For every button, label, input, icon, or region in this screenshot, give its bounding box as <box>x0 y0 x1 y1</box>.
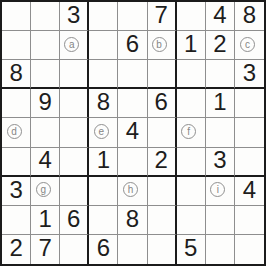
cell-r4c5[interactable] <box>118 89 147 118</box>
given-digit: 1 <box>213 90 226 114</box>
cell-r2c5[interactable]: 6 <box>118 31 147 60</box>
given-digit: 3 <box>9 178 22 202</box>
cell-r1c7[interactable] <box>177 2 206 31</box>
cell-r6c2[interactable]: 4 <box>31 148 60 177</box>
cell-r8c3[interactable]: 6 <box>60 206 89 235</box>
cell-r2c3[interactable]: a <box>60 31 89 60</box>
cell-r2c1[interactable] <box>2 31 31 60</box>
cell-r3c8[interactable] <box>206 60 235 89</box>
cell-r2c6[interactable]: b <box>148 31 177 60</box>
cell-r8c8[interactable] <box>206 206 235 235</box>
cell-r2c7[interactable]: 1 <box>177 31 206 60</box>
cell-r8c6[interactable] <box>148 206 177 235</box>
circled-letter-g: g <box>36 182 51 197</box>
cell-r1c4[interactable] <box>89 2 118 31</box>
cell-r9c3[interactable] <box>60 235 89 264</box>
cell-r9c6[interactable] <box>148 235 177 264</box>
cell-r3c7[interactable] <box>177 60 206 89</box>
cell-r7c3[interactable] <box>60 177 89 206</box>
cell-r4c9[interactable] <box>235 89 264 118</box>
circled-letter-b: b <box>152 37 167 52</box>
given-digit: 2 <box>9 236 22 260</box>
cell-r9c2[interactable]: 7 <box>31 235 60 264</box>
cell-r3c1[interactable]: 8 <box>2 60 31 89</box>
given-digit: 3 <box>213 148 226 172</box>
cell-r4c4[interactable]: 8 <box>89 89 118 118</box>
cell-r6c3[interactable] <box>60 148 89 177</box>
cell-r8c4[interactable] <box>89 206 118 235</box>
cell-r1c3[interactable]: 3 <box>60 2 89 31</box>
cell-r5c6[interactable] <box>148 118 177 147</box>
cell-r4c2[interactable]: 9 <box>31 89 60 118</box>
cell-r3c9[interactable]: 3 <box>235 60 264 89</box>
given-digit: 6 <box>97 236 110 260</box>
cell-r1c6[interactable]: 7 <box>148 2 177 31</box>
cell-r7c5[interactable]: h <box>118 177 147 206</box>
cell-r4c8[interactable]: 1 <box>206 89 235 118</box>
circled-letter-h: h <box>123 182 138 197</box>
given-digit: 6 <box>67 207 80 231</box>
cell-r9c9[interactable] <box>235 235 264 264</box>
cell-r6c1[interactable] <box>2 148 31 177</box>
circled-letter-c: c <box>240 37 255 52</box>
given-digit: 1 <box>38 207 51 231</box>
given-digit: 6 <box>126 32 139 56</box>
given-digit: 7 <box>154 3 167 27</box>
cell-r4c7[interactable] <box>177 89 206 118</box>
cell-r6c5[interactable] <box>118 148 147 177</box>
cell-r5c1[interactable]: d <box>2 118 31 147</box>
circled-letter-a: a <box>64 37 79 52</box>
cell-r8c5[interactable]: 8 <box>118 206 147 235</box>
cell-r8c7[interactable] <box>177 206 206 235</box>
sudoku-board: 3748a6b12c839861de4f41233ghi41682765 <box>0 0 266 266</box>
cell-r7c2[interactable]: g <box>31 177 60 206</box>
cell-r7c1[interactable]: 3 <box>2 177 31 206</box>
cell-r7c7[interactable] <box>177 177 206 206</box>
given-digit: 8 <box>97 90 110 114</box>
circled-letter-f: f <box>181 124 196 139</box>
cell-r5c5[interactable]: 4 <box>118 118 147 147</box>
given-digit: 4 <box>213 3 226 27</box>
given-digit: 3 <box>243 61 256 85</box>
cell-r9c1[interactable]: 2 <box>2 235 31 264</box>
cell-r7c6[interactable] <box>148 177 177 206</box>
cell-r9c7[interactable]: 5 <box>177 235 206 264</box>
cell-r5c3[interactable] <box>60 118 89 147</box>
cell-r1c9[interactable]: 8 <box>235 2 264 31</box>
cell-r8c2[interactable]: 1 <box>31 206 60 235</box>
cell-r1c8[interactable]: 4 <box>206 2 235 31</box>
cell-r2c2[interactable] <box>31 31 60 60</box>
cell-r2c9[interactable]: c <box>235 31 264 60</box>
given-digit: 4 <box>243 178 256 202</box>
cell-r5c7[interactable]: f <box>177 118 206 147</box>
cell-r4c6[interactable]: 6 <box>148 89 177 118</box>
cell-r1c5[interactable] <box>118 2 147 31</box>
cell-r7c9[interactable]: 4 <box>235 177 264 206</box>
cell-r8c1[interactable] <box>2 206 31 235</box>
cell-r6c7[interactable] <box>177 148 206 177</box>
given-digit: 4 <box>126 119 139 143</box>
cell-r4c1[interactable] <box>2 89 31 118</box>
cell-r3c6[interactable] <box>148 60 177 89</box>
cell-r5c4[interactable]: e <box>89 118 118 147</box>
given-digit: 3 <box>67 3 80 27</box>
given-digit: 2 <box>154 148 167 172</box>
given-digit: 8 <box>126 207 139 231</box>
circled-letter-d: d <box>7 124 22 139</box>
cell-r1c2[interactable] <box>31 2 60 31</box>
circled-letter-i: i <box>210 182 225 197</box>
given-digit: 5 <box>184 236 197 260</box>
cell-r3c4[interactable] <box>89 60 118 89</box>
cell-r3c5[interactable] <box>118 60 147 89</box>
cell-r5c8[interactable] <box>206 118 235 147</box>
cell-r2c4[interactable] <box>89 31 118 60</box>
cell-r6c9[interactable] <box>235 148 264 177</box>
cell-r6c4[interactable]: 1 <box>89 148 118 177</box>
cell-r9c4[interactable]: 6 <box>89 235 118 264</box>
given-digit: 6 <box>154 90 167 114</box>
cell-r1c1[interactable] <box>2 2 31 31</box>
given-digit: 8 <box>9 61 22 85</box>
given-digit: 1 <box>184 32 197 56</box>
cell-r2c8[interactable]: 2 <box>206 31 235 60</box>
given-digit: 8 <box>243 3 256 27</box>
circled-letter-e: e <box>94 124 109 139</box>
cell-r5c2[interactable] <box>31 118 60 147</box>
cell-r9c8[interactable] <box>206 235 235 264</box>
cell-r3c2[interactable] <box>31 60 60 89</box>
given-digit: 4 <box>38 148 51 172</box>
given-digit: 1 <box>97 148 110 172</box>
cell-r8c9[interactable] <box>235 206 264 235</box>
cell-r7c4[interactable] <box>89 177 118 206</box>
cell-r9c5[interactable] <box>118 235 147 264</box>
given-digit: 2 <box>213 32 226 56</box>
given-digit: 9 <box>38 90 51 114</box>
cell-r4c3[interactable] <box>60 89 89 118</box>
cell-r3c3[interactable] <box>60 60 89 89</box>
cell-r6c6[interactable]: 2 <box>148 148 177 177</box>
cell-r5c9[interactable] <box>235 118 264 147</box>
cell-r7c8[interactable]: i <box>206 177 235 206</box>
given-digit: 7 <box>38 236 51 260</box>
cell-r6c8[interactable]: 3 <box>206 148 235 177</box>
